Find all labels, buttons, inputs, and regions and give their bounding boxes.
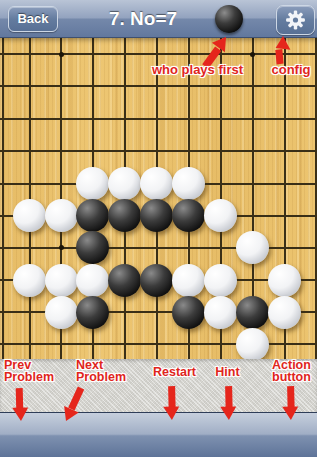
white-stone — [76, 264, 109, 297]
turn-indicator-black-stone — [215, 5, 243, 33]
white-stone — [204, 199, 237, 232]
who-plays-first-label: who plays first — [150, 64, 245, 76]
next-problem-label-line2: Problem — [76, 372, 126, 384]
black-stone — [76, 231, 109, 264]
grid-line-horizontal — [0, 150, 317, 152]
black-stone — [76, 296, 109, 329]
white-stone — [13, 199, 46, 232]
white-stone — [204, 264, 237, 297]
grid-line-horizontal — [0, 53, 317, 55]
black-stone — [140, 264, 173, 297]
star-point — [250, 52, 255, 57]
hint-label: Hint — [205, 367, 250, 379]
next-problem-label: Next Problem — [76, 360, 126, 383]
go-board[interactable] — [0, 37, 317, 359]
white-stone — [140, 167, 173, 200]
black-stone — [108, 264, 141, 297]
black-stone — [76, 199, 109, 232]
black-stone — [172, 296, 205, 329]
black-stone — [108, 199, 141, 232]
grid-line-horizontal — [0, 343, 317, 345]
white-stone — [45, 264, 78, 297]
action-button-label: Action button — [272, 360, 311, 383]
white-stone — [13, 264, 46, 297]
grid-line-horizontal — [0, 247, 317, 249]
prev-problem-label: Prev Problem — [4, 360, 54, 383]
config-label: config — [266, 64, 316, 76]
white-stone — [76, 167, 109, 200]
white-stone — [236, 328, 269, 360]
page-title: 7. No=7 — [88, 0, 198, 37]
white-stone — [45, 296, 78, 329]
gear-icon — [285, 9, 306, 31]
black-stone — [172, 199, 205, 232]
black-stone — [236, 296, 269, 329]
white-stone — [268, 264, 301, 297]
white-stone — [108, 167, 141, 200]
navigation-bar: Back 7. No=7 — [0, 0, 317, 38]
white-stone — [268, 296, 301, 329]
white-stone — [172, 167, 205, 200]
config-button[interactable] — [276, 5, 315, 35]
grid-line-horizontal — [0, 85, 317, 87]
star-point — [59, 52, 64, 57]
back-button[interactable]: Back — [8, 6, 58, 32]
star-point — [59, 245, 64, 250]
black-stone — [140, 199, 173, 232]
white-stone — [172, 264, 205, 297]
app-screen: Back 7. No=7 — [0, 0, 317, 457]
white-stone — [204, 296, 237, 329]
prev-problem-label-line2: Problem — [4, 372, 54, 384]
white-stone — [45, 199, 78, 232]
restart-label: Restart — [147, 367, 202, 379]
bottom-toolbar: Try — [0, 412, 317, 457]
action-button-label-line2: button — [272, 372, 311, 384]
grid-line-horizontal — [0, 118, 317, 120]
white-stone — [236, 231, 269, 264]
